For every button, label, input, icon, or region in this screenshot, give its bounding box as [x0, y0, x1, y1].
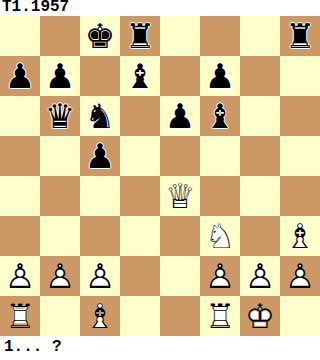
- square-h5[interactable]: [280, 136, 320, 176]
- square-b2[interactable]: ♟♙: [40, 256, 80, 296]
- square-h2[interactable]: ♟♙: [280, 256, 320, 296]
- square-f2[interactable]: ♟♙: [200, 256, 240, 296]
- square-d2[interactable]: [120, 256, 160, 296]
- square-d8[interactable]: ♜: [120, 16, 160, 56]
- square-g6[interactable]: [240, 96, 280, 136]
- square-b8[interactable]: [40, 16, 80, 56]
- square-a1[interactable]: ♜♖: [0, 296, 40, 336]
- white-piece-outline-glyph: ♙: [200, 256, 240, 296]
- square-e2[interactable]: [160, 256, 200, 296]
- white-pawn-piece: ♟♙: [40, 256, 80, 296]
- black-bishop-piece: ♝: [120, 56, 160, 96]
- square-d5[interactable]: [120, 136, 160, 176]
- white-bishop-piece: ♝♗: [280, 216, 320, 256]
- white-piece-outline-glyph: ♙: [280, 256, 320, 296]
- white-piece-outline-glyph: ♘: [200, 216, 240, 256]
- square-f4[interactable]: [200, 176, 240, 216]
- black-pawn-piece: ♟: [40, 56, 80, 96]
- white-rook-piece: ♜♖: [0, 296, 40, 336]
- square-b4[interactable]: [40, 176, 80, 216]
- white-piece-outline-glyph: ♕: [160, 176, 200, 216]
- square-c6[interactable]: ♞: [80, 96, 120, 136]
- square-g7[interactable]: [240, 56, 280, 96]
- white-piece-outline-glyph: ♙: [0, 256, 40, 296]
- square-f8[interactable]: [200, 16, 240, 56]
- square-d7[interactable]: ♝: [120, 56, 160, 96]
- square-c8[interactable]: ♚: [80, 16, 120, 56]
- square-a4[interactable]: [0, 176, 40, 216]
- square-h3[interactable]: ♝♗: [280, 216, 320, 256]
- square-g2[interactable]: ♟♙: [240, 256, 280, 296]
- white-pawn-piece: ♟♙: [80, 256, 120, 296]
- black-pawn-piece: ♟: [0, 56, 40, 96]
- white-piece-outline-glyph: ♖: [200, 296, 240, 336]
- square-h8[interactable]: ♜: [280, 16, 320, 56]
- white-king-piece: ♚♔: [240, 296, 280, 336]
- square-d4[interactable]: [120, 176, 160, 216]
- square-f1[interactable]: ♜♖: [200, 296, 240, 336]
- square-a3[interactable]: [0, 216, 40, 256]
- square-f3[interactable]: ♞♘: [200, 216, 240, 256]
- square-e8[interactable]: [160, 16, 200, 56]
- white-piece-outline-glyph: ♗: [280, 216, 320, 256]
- black-queen-piece: ♛: [40, 96, 80, 136]
- white-knight-piece: ♞♘: [200, 216, 240, 256]
- white-pawn-piece: ♟♙: [0, 256, 40, 296]
- white-piece-outline-glyph: ♙: [80, 256, 120, 296]
- square-g8[interactable]: [240, 16, 280, 56]
- square-d3[interactable]: [120, 216, 160, 256]
- square-c3[interactable]: [80, 216, 120, 256]
- square-h4[interactable]: [280, 176, 320, 216]
- square-b5[interactable]: [40, 136, 80, 176]
- square-g1[interactable]: ♚♔: [240, 296, 280, 336]
- square-a2[interactable]: ♟♙: [0, 256, 40, 296]
- white-rook-piece: ♜♖: [200, 296, 240, 336]
- white-piece-outline-glyph: ♖: [0, 296, 40, 336]
- square-g4[interactable]: [240, 176, 280, 216]
- black-pawn-piece: ♟: [200, 56, 240, 96]
- black-king-piece: ♚: [80, 16, 120, 56]
- square-h7[interactable]: [280, 56, 320, 96]
- white-piece-outline-glyph: ♔: [240, 296, 280, 336]
- square-e5[interactable]: [160, 136, 200, 176]
- square-e1[interactable]: [160, 296, 200, 336]
- square-e4[interactable]: ♛♕: [160, 176, 200, 216]
- white-piece-outline-glyph: ♗: [80, 296, 120, 336]
- square-d1[interactable]: [120, 296, 160, 336]
- square-c7[interactable]: [80, 56, 120, 96]
- square-h6[interactable]: [280, 96, 320, 136]
- square-e3[interactable]: [160, 216, 200, 256]
- black-rook-piece: ♜: [280, 16, 320, 56]
- move-prompt: 1... ?: [0, 336, 320, 360]
- square-a8[interactable]: [0, 16, 40, 56]
- puzzle-title: T1.1957: [0, 0, 320, 16]
- square-a6[interactable]: [0, 96, 40, 136]
- black-pawn-piece: ♟: [80, 136, 120, 176]
- black-knight-piece: ♞: [80, 96, 120, 136]
- square-c1[interactable]: ♝♗: [80, 296, 120, 336]
- white-pawn-piece: ♟♙: [280, 256, 320, 296]
- square-b1[interactable]: [40, 296, 80, 336]
- square-f6[interactable]: ♝: [200, 96, 240, 136]
- black-rook-piece: ♜: [120, 16, 160, 56]
- square-b6[interactable]: ♛: [40, 96, 80, 136]
- square-c5[interactable]: ♟: [80, 136, 120, 176]
- square-e7[interactable]: [160, 56, 200, 96]
- square-f7[interactable]: ♟: [200, 56, 240, 96]
- white-pawn-piece: ♟♙: [200, 256, 240, 296]
- square-c4[interactable]: [80, 176, 120, 216]
- white-piece-outline-glyph: ♙: [40, 256, 80, 296]
- square-h1[interactable]: [280, 296, 320, 336]
- square-b7[interactable]: ♟: [40, 56, 80, 96]
- square-g3[interactable]: [240, 216, 280, 256]
- black-pawn-piece: ♟: [160, 96, 200, 136]
- white-bishop-piece: ♝♗: [80, 296, 120, 336]
- chess-board: ♚♜♜♟♟♝♟♛♞♟♝♟♛♕♞♘♝♗♟♙♟♙♟♙♟♙♟♙♟♙♜♖♝♗♜♖♚♔: [0, 16, 320, 336]
- white-piece-outline-glyph: ♙: [240, 256, 280, 296]
- square-d6[interactable]: [120, 96, 160, 136]
- square-g5[interactable]: [240, 136, 280, 176]
- square-a7[interactable]: ♟: [0, 56, 40, 96]
- black-bishop-piece: ♝: [200, 96, 240, 136]
- square-e6[interactable]: ♟: [160, 96, 200, 136]
- white-pawn-piece: ♟♙: [240, 256, 280, 296]
- chess-puzzle-view: T1.1957 ♚♜♜♟♟♝♟♛♞♟♝♟♛♕♞♘♝♗♟♙♟♙♟♙♟♙♟♙♟♙♜♖…: [0, 0, 320, 360]
- square-a5[interactable]: [0, 136, 40, 176]
- square-f5[interactable]: [200, 136, 240, 176]
- white-queen-piece: ♛♕: [160, 176, 200, 216]
- square-b3[interactable]: [40, 216, 80, 256]
- square-c2[interactable]: ♟♙: [80, 256, 120, 296]
